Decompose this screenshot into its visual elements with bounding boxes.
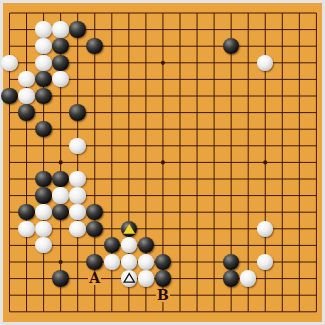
- point-F16[interactable]: [86, 54, 103, 71]
- point-D14[interactable]: [52, 88, 69, 105]
- point-C1[interactable]: [35, 303, 52, 320]
- point-M10[interactable]: [189, 154, 206, 171]
- point-N17[interactable]: [206, 38, 223, 55]
- point-G17[interactable]: [103, 38, 120, 55]
- point-S18[interactable]: [291, 21, 308, 38]
- point-Q17[interactable]: [257, 38, 274, 55]
- point-B17[interactable]: [18, 38, 35, 55]
- point-M12[interactable]: [189, 121, 206, 138]
- point-N11[interactable]: [206, 137, 223, 154]
- point-A12[interactable]: [1, 121, 18, 138]
- point-G2[interactable]: [103, 287, 120, 304]
- point-Q9[interactable]: [257, 171, 274, 188]
- point-A5[interactable]: [1, 237, 18, 254]
- point-D2[interactable]: [52, 287, 69, 304]
- point-M19[interactable]: [189, 5, 206, 22]
- point-M1[interactable]: [189, 303, 206, 320]
- point-K11[interactable]: [154, 137, 171, 154]
- point-M4[interactable]: [189, 254, 206, 271]
- point-E19[interactable]: [69, 5, 86, 22]
- point-G14[interactable]: [103, 88, 120, 105]
- point-A18[interactable]: [1, 21, 18, 38]
- point-S17[interactable]: [291, 38, 308, 55]
- point-K17[interactable]: [154, 38, 171, 55]
- point-A4[interactable]: [1, 254, 18, 271]
- point-R1[interactable]: [274, 303, 291, 320]
- point-S8[interactable]: [291, 187, 308, 204]
- point-E5[interactable]: [69, 237, 86, 254]
- point-B10[interactable]: [18, 154, 35, 171]
- point-J14[interactable]: [137, 88, 154, 105]
- point-N10[interactable]: [206, 154, 223, 171]
- point-M9[interactable]: [189, 171, 206, 188]
- point-B5[interactable]: [18, 237, 35, 254]
- point-O15[interactable]: [223, 71, 240, 88]
- point-N9[interactable]: [206, 171, 223, 188]
- point-J12[interactable]: [137, 121, 154, 138]
- point-D12[interactable]: [52, 121, 69, 138]
- point-S12[interactable]: [291, 121, 308, 138]
- point-O12[interactable]: [223, 121, 240, 138]
- point-L2[interactable]: [171, 287, 188, 304]
- point-H17[interactable]: [120, 38, 137, 55]
- point-H11[interactable]: [120, 137, 137, 154]
- point-D19[interactable]: [52, 5, 69, 22]
- point-J8[interactable]: [137, 187, 154, 204]
- point-O10[interactable]: [223, 154, 240, 171]
- point-R19[interactable]: [274, 5, 291, 22]
- point-T10[interactable]: [308, 154, 325, 171]
- point-T11[interactable]: [308, 137, 325, 154]
- point-O14[interactable]: [223, 88, 240, 105]
- point-D10[interactable]: [52, 154, 69, 171]
- point-F3[interactable]: A: [86, 270, 103, 287]
- point-R4[interactable]: [274, 254, 291, 271]
- point-R5[interactable]: [274, 237, 291, 254]
- point-J6[interactable]: [137, 220, 154, 237]
- point-D11[interactable]: [52, 137, 69, 154]
- point-D4[interactable]: [52, 254, 69, 271]
- point-C19[interactable]: [35, 5, 52, 22]
- point-G9[interactable]: [103, 171, 120, 188]
- point-S14[interactable]: [291, 88, 308, 105]
- point-Q7[interactable]: [257, 204, 274, 221]
- point-M8[interactable]: [189, 187, 206, 204]
- point-L16[interactable]: [171, 54, 188, 71]
- point-C2[interactable]: [35, 287, 52, 304]
- point-label-B[interactable]: B: [156, 289, 170, 302]
- point-A10[interactable]: [1, 154, 18, 171]
- point-F18[interactable]: [86, 21, 103, 38]
- point-P17[interactable]: [240, 38, 257, 55]
- point-P8[interactable]: [240, 187, 257, 204]
- point-T6[interactable]: [308, 220, 325, 237]
- point-K13[interactable]: [154, 104, 171, 121]
- point-Q12[interactable]: [257, 121, 274, 138]
- point-R12[interactable]: [274, 121, 291, 138]
- point-T4[interactable]: [308, 254, 325, 271]
- point-Q15[interactable]: [257, 71, 274, 88]
- point-H8[interactable]: [120, 187, 137, 204]
- point-K1[interactable]: [154, 303, 171, 320]
- point-J16[interactable]: [137, 54, 154, 71]
- point-E10[interactable]: [69, 154, 86, 171]
- point-S1[interactable]: [291, 303, 308, 320]
- point-M13[interactable]: [189, 104, 206, 121]
- point-D13[interactable]: [52, 104, 69, 121]
- point-T14[interactable]: [308, 88, 325, 105]
- point-G13[interactable]: [103, 104, 120, 121]
- point-A9[interactable]: [1, 171, 18, 188]
- point-B3[interactable]: [18, 270, 35, 287]
- point-A15[interactable]: [1, 71, 18, 88]
- point-T3[interactable]: [308, 270, 325, 287]
- point-J13[interactable]: [137, 104, 154, 121]
- point-P14[interactable]: [240, 88, 257, 105]
- point-T5[interactable]: [308, 237, 325, 254]
- point-G7[interactable]: [103, 204, 120, 221]
- point-K15[interactable]: [154, 71, 171, 88]
- point-L15[interactable]: [171, 71, 188, 88]
- point-S16[interactable]: [291, 54, 308, 71]
- point-H10[interactable]: [120, 154, 137, 171]
- point-N19[interactable]: [206, 5, 223, 22]
- point-O5[interactable]: [223, 237, 240, 254]
- point-A2[interactable]: [1, 287, 18, 304]
- point-K16[interactable]: [154, 54, 171, 71]
- point-L4[interactable]: [171, 254, 188, 271]
- point-L12[interactable]: [171, 121, 188, 138]
- point-B1[interactable]: [18, 303, 35, 320]
- point-N12[interactable]: [206, 121, 223, 138]
- point-O13[interactable]: [223, 104, 240, 121]
- point-O19[interactable]: [223, 5, 240, 22]
- point-A1[interactable]: [1, 303, 18, 320]
- point-K5[interactable]: [154, 237, 171, 254]
- point-N6[interactable]: [206, 220, 223, 237]
- point-S4[interactable]: [291, 254, 308, 271]
- point-E12[interactable]: [69, 121, 86, 138]
- point-M15[interactable]: [189, 71, 206, 88]
- point-L9[interactable]: [171, 171, 188, 188]
- point-P5[interactable]: [240, 237, 257, 254]
- point-A3[interactable]: [1, 270, 18, 287]
- point-J18[interactable]: [137, 21, 154, 38]
- point-E4[interactable]: [69, 254, 86, 271]
- point-D1[interactable]: [52, 303, 69, 320]
- point-A19[interactable]: [1, 5, 18, 22]
- point-G19[interactable]: [103, 5, 120, 22]
- point-Q19[interactable]: [257, 5, 274, 22]
- point-N13[interactable]: [206, 104, 223, 121]
- point-B11[interactable]: [18, 137, 35, 154]
- point-B4[interactable]: [18, 254, 35, 271]
- point-D5[interactable]: [52, 237, 69, 254]
- point-Q5[interactable]: [257, 237, 274, 254]
- point-O9[interactable]: [223, 171, 240, 188]
- point-N2[interactable]: [206, 287, 223, 304]
- point-K7[interactable]: [154, 204, 171, 221]
- point-P13[interactable]: [240, 104, 257, 121]
- point-S6[interactable]: [291, 220, 308, 237]
- point-S10[interactable]: [291, 154, 308, 171]
- point-T15[interactable]: [308, 71, 325, 88]
- point-Q8[interactable]: [257, 187, 274, 204]
- point-T17[interactable]: [308, 38, 325, 55]
- point-C4[interactable]: [35, 254, 52, 271]
- point-R18[interactable]: [274, 21, 291, 38]
- point-T19[interactable]: [308, 5, 325, 22]
- point-L6[interactable]: [171, 220, 188, 237]
- point-A7[interactable]: [1, 204, 18, 221]
- point-L10[interactable]: [171, 154, 188, 171]
- point-A8[interactable]: [1, 187, 18, 204]
- point-M18[interactable]: [189, 21, 206, 38]
- point-O18[interactable]: [223, 21, 240, 38]
- point-Q11[interactable]: [257, 137, 274, 154]
- point-B12[interactable]: [18, 121, 35, 138]
- point-K18[interactable]: [154, 21, 171, 38]
- point-A13[interactable]: [1, 104, 18, 121]
- point-L14[interactable]: [171, 88, 188, 105]
- point-O2[interactable]: [223, 287, 240, 304]
- point-B8[interactable]: [18, 187, 35, 204]
- point-F13[interactable]: [86, 104, 103, 121]
- point-P2[interactable]: [240, 287, 257, 304]
- point-H18[interactable]: [120, 21, 137, 38]
- point-Q18[interactable]: [257, 21, 274, 38]
- point-P4[interactable]: [240, 254, 257, 271]
- point-P9[interactable]: [240, 171, 257, 188]
- point-C13[interactable]: [35, 104, 52, 121]
- point-L1[interactable]: [171, 303, 188, 320]
- point-J1[interactable]: [137, 303, 154, 320]
- point-H2[interactable]: [120, 287, 137, 304]
- point-L11[interactable]: [171, 137, 188, 154]
- point-K6[interactable]: [154, 220, 171, 237]
- point-N1[interactable]: [206, 303, 223, 320]
- point-D6[interactable]: [52, 220, 69, 237]
- point-N18[interactable]: [206, 21, 223, 38]
- point-B9[interactable]: [18, 171, 35, 188]
- point-J9[interactable]: [137, 171, 154, 188]
- point-L19[interactable]: [171, 5, 188, 22]
- point-O16[interactable]: [223, 54, 240, 71]
- point-F1[interactable]: [86, 303, 103, 320]
- point-E1[interactable]: [69, 303, 86, 320]
- point-C11[interactable]: [35, 137, 52, 154]
- point-R9[interactable]: [274, 171, 291, 188]
- point-L8[interactable]: [171, 187, 188, 204]
- point-F14[interactable]: [86, 88, 103, 105]
- point-M11[interactable]: [189, 137, 206, 154]
- point-P19[interactable]: [240, 5, 257, 22]
- point-L13[interactable]: [171, 104, 188, 121]
- point-F9[interactable]: [86, 171, 103, 188]
- point-Q3[interactable]: [257, 270, 274, 287]
- point-N14[interactable]: [206, 88, 223, 105]
- point-F11[interactable]: [86, 137, 103, 154]
- point-F19[interactable]: [86, 5, 103, 22]
- point-F10[interactable]: [86, 154, 103, 171]
- point-O8[interactable]: [223, 187, 240, 204]
- point-F2[interactable]: [86, 287, 103, 304]
- point-L5[interactable]: [171, 237, 188, 254]
- point-R6[interactable]: [274, 220, 291, 237]
- point-G1[interactable]: [103, 303, 120, 320]
- point-A17[interactable]: [1, 38, 18, 55]
- point-G18[interactable]: [103, 21, 120, 38]
- point-B16[interactable]: [18, 54, 35, 71]
- point-N8[interactable]: [206, 187, 223, 204]
- point-label-A[interactable]: A: [88, 272, 101, 285]
- point-R10[interactable]: [274, 154, 291, 171]
- point-P18[interactable]: [240, 21, 257, 38]
- point-T13[interactable]: [308, 104, 325, 121]
- point-C3[interactable]: [35, 270, 52, 287]
- point-B2[interactable]: [18, 287, 35, 304]
- point-G8[interactable]: [103, 187, 120, 204]
- point-R17[interactable]: [274, 38, 291, 55]
- point-L18[interactable]: [171, 21, 188, 38]
- point-G6[interactable]: [103, 220, 120, 237]
- point-K9[interactable]: [154, 171, 171, 188]
- point-S2[interactable]: [291, 287, 308, 304]
- point-T9[interactable]: [308, 171, 325, 188]
- point-C10[interactable]: [35, 154, 52, 171]
- point-Q2[interactable]: [257, 287, 274, 304]
- point-G12[interactable]: [103, 121, 120, 138]
- point-S13[interactable]: [291, 104, 308, 121]
- point-T8[interactable]: [308, 187, 325, 204]
- point-P12[interactable]: [240, 121, 257, 138]
- point-J10[interactable]: [137, 154, 154, 171]
- point-H14[interactable]: [120, 88, 137, 105]
- point-E15[interactable]: [69, 71, 86, 88]
- point-J11[interactable]: [137, 137, 154, 154]
- point-G15[interactable]: [103, 71, 120, 88]
- point-T12[interactable]: [308, 121, 325, 138]
- point-R16[interactable]: [274, 54, 291, 71]
- point-E16[interactable]: [69, 54, 86, 71]
- point-N5[interactable]: [206, 237, 223, 254]
- point-R14[interactable]: [274, 88, 291, 105]
- point-R11[interactable]: [274, 137, 291, 154]
- point-P7[interactable]: [240, 204, 257, 221]
- point-T1[interactable]: [308, 303, 325, 320]
- point-H9[interactable]: [120, 171, 137, 188]
- point-M14[interactable]: [189, 88, 206, 105]
- point-O11[interactable]: [223, 137, 240, 154]
- point-A11[interactable]: [1, 137, 18, 154]
- point-O6[interactable]: [223, 220, 240, 237]
- point-H19[interactable]: [120, 5, 137, 22]
- point-F12[interactable]: [86, 121, 103, 138]
- point-H1[interactable]: [120, 303, 137, 320]
- point-R8[interactable]: [274, 187, 291, 204]
- point-T7[interactable]: [308, 204, 325, 221]
- point-J15[interactable]: [137, 71, 154, 88]
- point-E14[interactable]: [69, 88, 86, 105]
- point-G11[interactable]: [103, 137, 120, 154]
- point-S15[interactable]: [291, 71, 308, 88]
- point-S9[interactable]: [291, 171, 308, 188]
- point-R7[interactable]: [274, 204, 291, 221]
- point-L3[interactable]: [171, 270, 188, 287]
- point-F5[interactable]: [86, 237, 103, 254]
- point-O1[interactable]: [223, 303, 240, 320]
- point-Q13[interactable]: [257, 104, 274, 121]
- point-S3[interactable]: [291, 270, 308, 287]
- point-G3[interactable]: [103, 270, 120, 287]
- point-E17[interactable]: [69, 38, 86, 55]
- point-H15[interactable]: [120, 71, 137, 88]
- point-E3[interactable]: [69, 270, 86, 287]
- point-H13[interactable]: [120, 104, 137, 121]
- point-K12[interactable]: [154, 121, 171, 138]
- point-T2[interactable]: [308, 287, 325, 304]
- point-B18[interactable]: [18, 21, 35, 38]
- point-L7[interactable]: [171, 204, 188, 221]
- point-M7[interactable]: [189, 204, 206, 221]
- point-R2[interactable]: [274, 287, 291, 304]
- point-K14[interactable]: [154, 88, 171, 105]
- point-K10[interactable]: [154, 154, 171, 171]
- point-R13[interactable]: [274, 104, 291, 121]
- point-Q14[interactable]: [257, 88, 274, 105]
- point-S11[interactable]: [291, 137, 308, 154]
- point-A6[interactable]: [1, 220, 18, 237]
- point-M6[interactable]: [189, 220, 206, 237]
- point-M16[interactable]: [189, 54, 206, 71]
- point-M17[interactable]: [189, 38, 206, 55]
- point-E2[interactable]: [69, 287, 86, 304]
- point-K8[interactable]: [154, 187, 171, 204]
- point-H16[interactable]: [120, 54, 137, 71]
- point-N4[interactable]: [206, 254, 223, 271]
- point-F15[interactable]: [86, 71, 103, 88]
- point-G10[interactable]: [103, 154, 120, 171]
- point-B19[interactable]: [18, 5, 35, 22]
- point-S5[interactable]: [291, 237, 308, 254]
- point-R3[interactable]: [274, 270, 291, 287]
- point-F8[interactable]: [86, 187, 103, 204]
- point-N7[interactable]: [206, 204, 223, 221]
- point-J17[interactable]: [137, 38, 154, 55]
- point-L17[interactable]: [171, 38, 188, 55]
- point-J2[interactable]: [137, 287, 154, 304]
- point-M2[interactable]: [189, 287, 206, 304]
- point-N15[interactable]: [206, 71, 223, 88]
- point-S7[interactable]: [291, 204, 308, 221]
- point-N3[interactable]: [206, 270, 223, 287]
- point-N16[interactable]: [206, 54, 223, 71]
- point-J19[interactable]: [137, 5, 154, 22]
- point-P16[interactable]: [240, 54, 257, 71]
- point-K2[interactable]: B: [154, 287, 171, 304]
- point-J7[interactable]: [137, 204, 154, 221]
- point-Q10[interactable]: [257, 154, 274, 171]
- point-G16[interactable]: [103, 54, 120, 71]
- point-P11[interactable]: [240, 137, 257, 154]
- point-T18[interactable]: [308, 21, 325, 38]
- point-S19[interactable]: [291, 5, 308, 22]
- point-P6[interactable]: [240, 220, 257, 237]
- point-M5[interactable]: [189, 237, 206, 254]
- point-M3[interactable]: [189, 270, 206, 287]
- point-K19[interactable]: [154, 5, 171, 22]
- point-P1[interactable]: [240, 303, 257, 320]
